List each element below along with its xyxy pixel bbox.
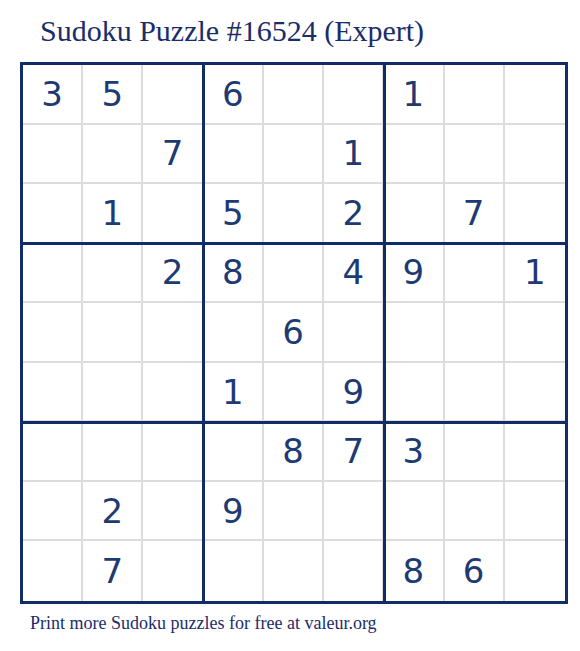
box-separator-horizontal-1 [23, 242, 565, 245]
cell-r6c9 [505, 363, 565, 423]
cell-r4c3: 2 [143, 244, 203, 304]
cell-r4c8 [445, 244, 505, 304]
cell-r5c4 [204, 303, 264, 363]
cell-r6c5 [264, 363, 324, 423]
box-separator-horizontal-2 [23, 421, 565, 424]
cell-r7c3 [143, 422, 203, 482]
cell-r4c4: 8 [204, 244, 264, 304]
cell-r2c3: 7 [143, 125, 203, 185]
cell-r1c8 [445, 65, 505, 125]
cell-r7c2 [83, 422, 143, 482]
cell-r5c9 [505, 303, 565, 363]
cell-r4c7: 9 [384, 244, 444, 304]
cell-r1c1: 3 [23, 65, 83, 125]
cell-r3c1 [23, 184, 83, 244]
cell-r8c7 [384, 482, 444, 542]
cell-r8c1 [23, 482, 83, 542]
cell-r7c8 [445, 422, 505, 482]
cell-r9c5 [264, 541, 324, 601]
cell-r4c9: 1 [505, 244, 565, 304]
cell-r7c4 [204, 422, 264, 482]
cell-r2c1 [23, 125, 83, 185]
cell-r9c7: 8 [384, 541, 444, 601]
cell-r9c4 [204, 541, 264, 601]
cell-r3c5 [264, 184, 324, 244]
cell-r8c2: 2 [83, 482, 143, 542]
cell-r1c2: 5 [83, 65, 143, 125]
cell-r9c6 [324, 541, 384, 601]
cell-r6c8 [445, 363, 505, 423]
cell-r4c1 [23, 244, 83, 304]
cell-r5c1 [23, 303, 83, 363]
cell-r9c3 [143, 541, 203, 601]
cell-r2c4 [204, 125, 264, 185]
cell-r8c9 [505, 482, 565, 542]
cell-r6c4: 1 [204, 363, 264, 423]
cell-r3c6: 2 [324, 184, 384, 244]
cell-r3c3 [143, 184, 203, 244]
cell-r7c7: 3 [384, 422, 444, 482]
cell-r6c7 [384, 363, 444, 423]
cell-r5c2 [83, 303, 143, 363]
cell-r7c6: 7 [324, 422, 384, 482]
box-separator-vertical-1 [202, 65, 205, 601]
cell-r3c9 [505, 184, 565, 244]
cell-r8c8 [445, 482, 505, 542]
cell-r5c7 [384, 303, 444, 363]
cell-r2c8 [445, 125, 505, 185]
cell-r4c5 [264, 244, 324, 304]
cell-r4c6: 4 [324, 244, 384, 304]
page-title: Sudoku Puzzle #16524 (Expert) [40, 14, 424, 48]
cell-r7c9 [505, 422, 565, 482]
sudoku-grid: 35617115272849161987329786 [20, 62, 568, 604]
footer-text: Print more Sudoku puzzles for free at va… [30, 613, 377, 634]
cell-r3c2: 1 [83, 184, 143, 244]
cell-r7c1 [23, 422, 83, 482]
cell-r2c2 [83, 125, 143, 185]
cell-r6c1 [23, 363, 83, 423]
cell-r8c4: 9 [204, 482, 264, 542]
cell-r9c8: 6 [445, 541, 505, 601]
cell-r3c8: 7 [445, 184, 505, 244]
cell-r3c7 [384, 184, 444, 244]
cell-r2c9 [505, 125, 565, 185]
cell-r3c4: 5 [204, 184, 264, 244]
cell-r7c5: 8 [264, 422, 324, 482]
box-separator-vertical-2 [383, 65, 386, 601]
cell-r4c2 [83, 244, 143, 304]
cell-r6c3 [143, 363, 203, 423]
cell-r1c3 [143, 65, 203, 125]
cell-r5c8 [445, 303, 505, 363]
cell-r5c6 [324, 303, 384, 363]
cell-r1c9 [505, 65, 565, 125]
cell-r5c3 [143, 303, 203, 363]
cell-r9c9 [505, 541, 565, 601]
cell-r1c5 [264, 65, 324, 125]
cell-r8c6 [324, 482, 384, 542]
cell-r5c5: 6 [264, 303, 324, 363]
cell-r9c1 [23, 541, 83, 601]
cell-r1c7: 1 [384, 65, 444, 125]
cell-r8c3 [143, 482, 203, 542]
cell-r8c5 [264, 482, 324, 542]
cell-r1c4: 6 [204, 65, 264, 125]
cell-r2c5 [264, 125, 324, 185]
cell-r6c6: 9 [324, 363, 384, 423]
cell-r1c6 [324, 65, 384, 125]
cell-r9c2: 7 [83, 541, 143, 601]
cell-r2c6: 1 [324, 125, 384, 185]
cell-r6c2 [83, 363, 143, 423]
cell-r2c7 [384, 125, 444, 185]
